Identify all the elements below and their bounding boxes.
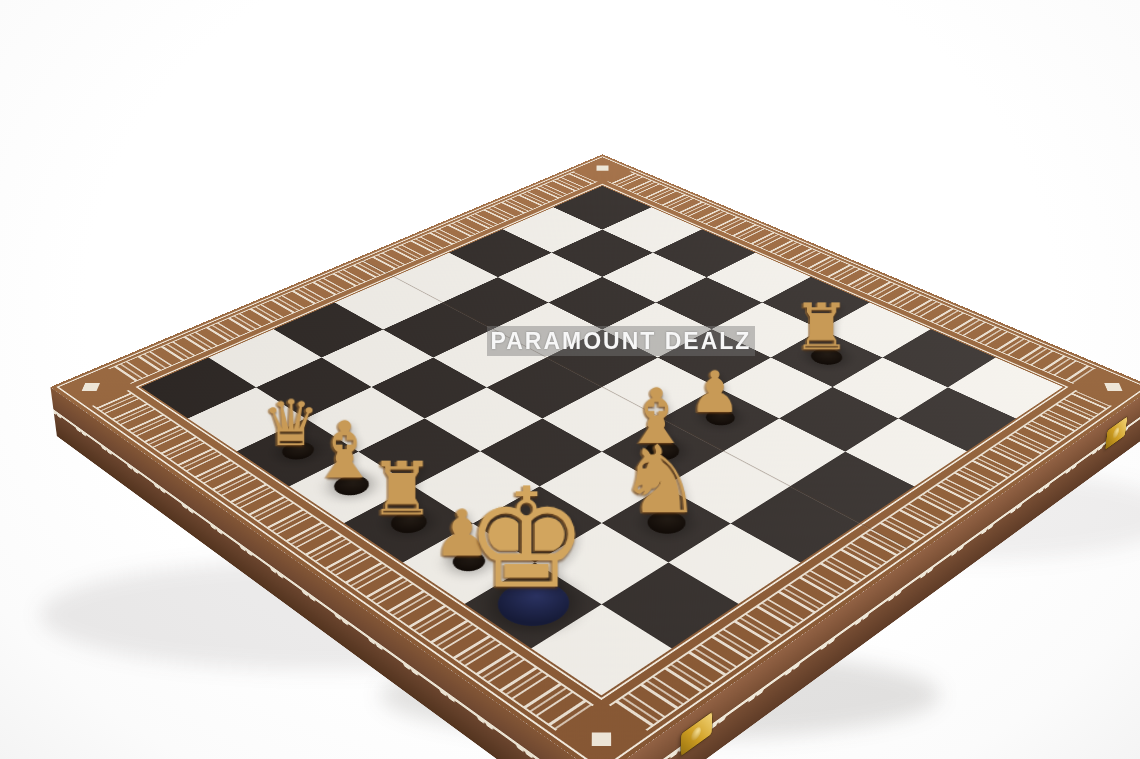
studio-scene: ♛♝♜♟♚♞♝♟♜ — [0, 0, 1140, 759]
folding-chess-board: ♛♝♜♟♚♞♝♟♜ — [50, 154, 1140, 759]
watermark-text: PARAMOUNT DEALZ — [491, 328, 752, 355]
brass-latch-right — [1105, 416, 1127, 449]
brass-latch-bottom — [681, 711, 712, 755]
inlay-corner-diamond — [1104, 383, 1122, 391]
king-glyph: ♚ — [443, 469, 610, 607]
rook-glyph: ♜ — [753, 295, 890, 359]
inlay-corner-diamond — [81, 383, 100, 391]
inlay-corner-diamond — [591, 732, 611, 745]
watermark-banner: PARAMOUNT DEALZ — [487, 326, 755, 356]
inlay-corner-diamond — [596, 165, 608, 170]
